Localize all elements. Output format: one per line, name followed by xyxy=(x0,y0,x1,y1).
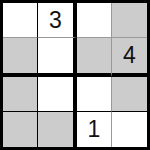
cell-r3c4[interactable] xyxy=(112,77,147,112)
cell-r1c2[interactable]: 3 xyxy=(38,3,77,38)
cell-r1c3[interactable] xyxy=(77,3,112,38)
given-digit: 3 xyxy=(49,9,62,32)
given-digit: 4 xyxy=(123,44,136,67)
cell-r1c1[interactable] xyxy=(3,3,38,38)
cell-r2c1[interactable] xyxy=(3,38,38,77)
given-digit: 1 xyxy=(88,118,101,141)
cell-r3c1[interactable] xyxy=(3,77,38,112)
cell-r4c4[interactable] xyxy=(112,112,147,147)
sudoku-board: 341 xyxy=(0,0,150,150)
cell-r2c3[interactable] xyxy=(77,38,112,77)
cell-r1c4[interactable] xyxy=(112,3,147,38)
cell-r4c2[interactable] xyxy=(38,112,77,147)
cell-r2c4[interactable]: 4 xyxy=(112,38,147,77)
cell-r4c3[interactable]: 1 xyxy=(77,112,112,147)
cell-r4c1[interactable] xyxy=(3,112,38,147)
cell-r3c3[interactable] xyxy=(77,77,112,112)
cell-r2c2[interactable] xyxy=(38,38,77,77)
cell-r3c2[interactable] xyxy=(38,77,77,112)
